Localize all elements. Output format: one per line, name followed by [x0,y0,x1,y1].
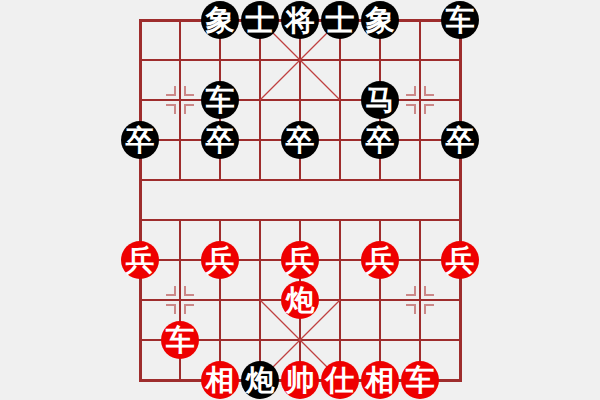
piece-black-soldier[interactable]: 卒 [361,121,399,159]
piece-black-advisor[interactable]: 士 [241,1,279,39]
piece-black-soldier[interactable]: 卒 [441,121,479,159]
piece-black-horse[interactable]: 马 [361,81,399,119]
piece-red-elephant[interactable]: 相 [201,361,239,399]
piece-black-soldier[interactable]: 卒 [201,121,239,159]
piece-red-cannon[interactable]: 炮 [281,281,319,319]
piece-red-chariot[interactable]: 车 [161,321,199,359]
piece-red-chariot[interactable]: 车 [401,361,439,399]
piece-black-advisor[interactable]: 士 [321,1,359,39]
piece-red-elephant[interactable]: 相 [361,361,399,399]
piece-black-soldier[interactable]: 卒 [281,121,319,159]
piece-red-soldier[interactable]: 兵 [201,241,239,279]
piece-red-soldier[interactable]: 兵 [281,241,319,279]
piece-black-soldier[interactable]: 卒 [121,121,159,159]
piece-black-general[interactable]: 将 [281,1,319,39]
piece-black-elephant[interactable]: 象 [201,1,239,39]
piece-black-chariot[interactable]: 车 [441,1,479,39]
piece-red-soldier[interactable]: 兵 [361,241,399,279]
piece-black-elephant[interactable]: 象 [361,1,399,39]
piece-red-soldier[interactable]: 兵 [121,241,159,279]
piece-layer: 象士将士象车车马卒卒卒卒卒兵兵兵兵兵炮车相炮帅仕相车 [120,0,480,400]
piece-red-general[interactable]: 帅 [281,361,319,399]
xiangqi-app-window: 象士将士象车车马卒卒卒卒卒兵兵兵兵兵炮车相炮帅仕相车 [0,0,600,400]
piece-black-chariot[interactable]: 车 [201,81,239,119]
xiangqi-board[interactable]: 象士将士象车车马卒卒卒卒卒兵兵兵兵兵炮车相炮帅仕相车 [120,0,480,400]
piece-red-advisor[interactable]: 仕 [321,361,359,399]
piece-black-cannon[interactable]: 炮 [241,361,279,399]
piece-red-soldier[interactable]: 兵 [441,241,479,279]
